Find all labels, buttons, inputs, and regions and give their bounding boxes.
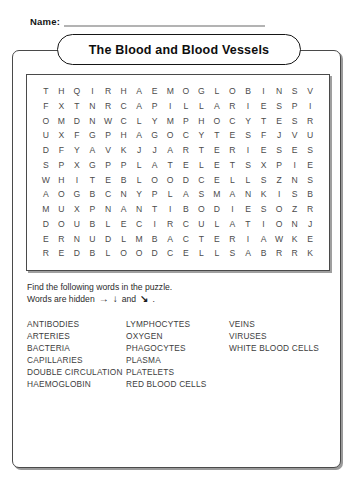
grid-cell-r2c14: I	[240, 99, 256, 114]
instructions: Find the following words in the puzzle. …	[27, 282, 172, 305]
grid-cell-r12c17: R	[287, 246, 303, 261]
grid-cell-r11c5: D	[100, 232, 116, 247]
grid-cell-r12c14: A	[240, 246, 256, 261]
word-list-column-1: ANTIBODIESARTERIESBACTERIACAPILLARIESDOU…	[27, 318, 126, 390]
word-search-grid: THQIRHAEMOGLOBINSVFXTNRCAPILLARIESPIOMDN…	[38, 84, 318, 261]
grid-cell-r10c7: C	[131, 217, 147, 232]
grid-cell-r8c10: A	[178, 187, 194, 202]
grid-cell-r12c11: L	[194, 246, 210, 261]
grid-cell-r6c7: L	[131, 158, 147, 173]
word-list: ANTIBODIESARTERIESBACTERIACAPILLARIESDOU…	[27, 318, 319, 390]
grid-cell-r2c1: F	[38, 99, 54, 114]
grid-cell-r1c7: A	[131, 84, 147, 99]
grid-cell-r1c14: B	[240, 84, 256, 99]
grid-cell-r12c3: D	[69, 246, 85, 261]
grid-cell-r2c5: R	[100, 99, 116, 114]
grid-cell-r4c14: S	[240, 128, 256, 143]
grid-cell-r11c17: K	[287, 232, 303, 247]
word-list-column-2: LYMPHOCYTESOXYGENPHAGOCYTESPLASMAPLATELE…	[126, 318, 229, 390]
grid-cell-r10c14: T	[240, 217, 256, 232]
grid-cell-r1c8: E	[147, 84, 163, 99]
grid-cell-r4c16: J	[271, 128, 287, 143]
grid-cell-r9c8: T	[147, 202, 163, 217]
grid-cell-r9c18: R	[302, 202, 318, 217]
grid-cell-r4c4: G	[85, 128, 101, 143]
grid-cell-r3c3: D	[69, 114, 85, 129]
grid-cell-r5c12: E	[209, 143, 225, 158]
grid-cell-r8c5: C	[100, 187, 116, 202]
grid-cell-r1c1: T	[38, 84, 54, 99]
grid-cell-r11c6: L	[116, 232, 132, 247]
word-list-item: WHITE BLOOD CELLS	[229, 342, 319, 354]
grid-cell-r11c18: E	[302, 232, 318, 247]
grid-cell-r2c2: X	[54, 99, 70, 114]
grid-cell-r12c2: E	[54, 246, 70, 261]
grid-cell-r4c12: T	[209, 128, 225, 143]
grid-cell-r5c14: I	[240, 143, 256, 158]
grid-cell-r8c4: B	[85, 187, 101, 202]
word-list-item: VIRUSES	[229, 330, 319, 342]
grid-cell-r12c12: L	[209, 246, 225, 261]
grid-cell-r11c4: U	[85, 232, 101, 247]
word-list-item: CAPILLARIES	[27, 354, 126, 366]
grid-cell-r2c13: R	[225, 99, 241, 114]
grid-cell-r1c10: O	[178, 84, 194, 99]
grid-cell-r7c6: B	[116, 173, 132, 188]
grid-cell-r4c1: U	[38, 128, 54, 143]
grid-cell-r5c8: J	[147, 143, 163, 158]
grid-cell-r9c16: O	[271, 202, 287, 217]
grid-cell-r9c15: S	[256, 202, 272, 217]
grid-cell-r6c17: I	[287, 158, 303, 173]
grid-cell-r6c18: E	[302, 158, 318, 173]
grid-cell-r10c15: I	[256, 217, 272, 232]
grid-cell-r4c5: P	[100, 128, 116, 143]
grid-cell-r1c6: H	[116, 84, 132, 99]
grid-cell-r3c6: C	[116, 114, 132, 129]
grid-cell-r12c9: C	[162, 246, 178, 261]
grid-cell-r10c1: D	[38, 217, 54, 232]
grid-cell-r11c3: N	[69, 232, 85, 247]
grid-cell-r11c9: A	[162, 232, 178, 247]
grid-cell-r5c9: A	[162, 143, 178, 158]
grid-cell-r1c11: G	[194, 84, 210, 99]
grid-cell-r7c17: N	[287, 173, 303, 188]
grid-cell-r5c13: R	[225, 143, 241, 158]
grid-cell-r1c2: H	[54, 84, 70, 99]
grid-cell-r9c6: A	[116, 202, 132, 217]
grid-cell-r10c5: L	[100, 217, 116, 232]
grid-cell-r1c15: I	[256, 84, 272, 99]
grid-cell-r3c11: H	[194, 114, 210, 129]
grid-cell-r3c10: P	[178, 114, 194, 129]
grid-cell-r3c15: T	[256, 114, 272, 129]
grid-cell-r2c7: A	[131, 99, 147, 114]
word-list-item: BACTERIA	[27, 342, 126, 354]
grid-cell-r1c5: R	[100, 84, 116, 99]
grid-cell-r4c3: F	[69, 128, 85, 143]
grid-cell-r7c3: I	[69, 173, 85, 188]
arrow-right-icon: →	[99, 294, 109, 304]
grid-cell-r6c9: T	[162, 158, 178, 173]
grid-cell-r1c9: M	[162, 84, 178, 99]
grid-cell-r7c10: D	[178, 173, 194, 188]
grid-cell-r3c13: C	[225, 114, 241, 129]
grid-cell-r8c8: P	[147, 187, 163, 202]
grid-cell-r12c13: S	[225, 246, 241, 261]
grid-cell-r6c13: T	[225, 158, 241, 173]
word-list-item: HAEMOGLOBIN	[27, 378, 126, 390]
word-list-item: LYMPHOCYTES	[126, 318, 229, 330]
grid-cell-r8c11: S	[194, 187, 210, 202]
grid-cell-r5c11: T	[194, 143, 210, 158]
grid-cell-r12c15: B	[256, 246, 272, 261]
grid-cell-r2c11: L	[194, 99, 210, 114]
grid-cell-r11c14: I	[240, 232, 256, 247]
grid-cell-r7c16: Z	[271, 173, 287, 188]
grid-cell-r11c11: T	[194, 232, 210, 247]
word-search-board: THQIRHAEMOGLOBINSVFXTNRCAPILLARIESPIOMDN…	[26, 74, 330, 271]
grid-cell-r9c9: I	[162, 202, 178, 217]
grid-cell-r6c2: P	[54, 158, 70, 173]
grid-cell-r5c2: F	[54, 143, 70, 158]
grid-cell-r2c17: P	[287, 99, 303, 114]
grid-cell-r1c4: I	[85, 84, 101, 99]
grid-cell-r3c1: O	[38, 114, 54, 129]
grid-cell-r4c9: O	[162, 128, 178, 143]
grid-cell-r8c7: Y	[131, 187, 147, 202]
grid-cell-r4c8: G	[147, 128, 163, 143]
grid-cell-r10c18: J	[302, 217, 318, 232]
grid-cell-r4c13: E	[225, 128, 241, 143]
grid-cell-r3c18: R	[302, 114, 318, 129]
grid-cell-r10c12: L	[209, 217, 225, 232]
grid-cell-r11c10: C	[178, 232, 194, 247]
grid-cell-r8c14: N	[240, 187, 256, 202]
grid-cell-r7c7: L	[131, 173, 147, 188]
grid-cell-r9c3: X	[69, 202, 85, 217]
word-list-item: PLASMA	[126, 354, 229, 366]
grid-cell-r7c13: L	[225, 173, 241, 188]
grid-cell-r10c4: B	[85, 217, 101, 232]
grid-cell-r10c9: R	[162, 217, 178, 232]
instructions-and: and	[122, 294, 136, 306]
grid-cell-r6c12: E	[209, 158, 225, 173]
grid-cell-r3c7: L	[131, 114, 147, 129]
grid-cell-r6c16: P	[271, 158, 287, 173]
grid-cell-r8c9: L	[162, 187, 178, 202]
word-list-item: ANTIBODIES	[27, 318, 126, 330]
grid-cell-r10c6: E	[116, 217, 132, 232]
grid-cell-r9c2: U	[54, 202, 70, 217]
grid-cell-r10c16: O	[271, 217, 287, 232]
grid-cell-r6c6: P	[116, 158, 132, 173]
grid-cell-r11c2: R	[54, 232, 70, 247]
grid-cell-r7c11: C	[194, 173, 210, 188]
grid-cell-r3c9: M	[162, 114, 178, 129]
grid-cell-r10c3: U	[69, 217, 85, 232]
grid-cell-r4c18: U	[302, 128, 318, 143]
grid-cell-r9c10: B	[178, 202, 194, 217]
grid-cell-r1c3: Q	[69, 84, 85, 99]
grid-cell-r9c4: P	[85, 202, 101, 217]
grid-cell-r10c2: O	[54, 217, 70, 232]
instructions-period: .	[152, 294, 154, 306]
grid-cell-r2c8: P	[147, 99, 163, 114]
word-list-item: ARTERIES	[27, 330, 126, 342]
instructions-line2-prefix: Words are hidden	[27, 294, 95, 306]
word-list-item: VEINS	[229, 318, 319, 330]
grid-cell-r8c17: S	[287, 187, 303, 202]
grid-cell-r3c5: W	[100, 114, 116, 129]
grid-cell-r6c14: S	[240, 158, 256, 173]
grid-cell-r10c17: N	[287, 217, 303, 232]
grid-cell-r6c5: P	[100, 158, 116, 173]
grid-cell-r9c5: N	[100, 202, 116, 217]
grid-cell-r2c18: I	[302, 99, 318, 114]
grid-cell-r9c7: N	[131, 202, 147, 217]
grid-cell-r5c4: A	[85, 143, 101, 158]
worksheet-page: Name: The Blood and Blood Vessels THQIRH…	[0, 0, 354, 500]
grid-cell-r6c11: L	[194, 158, 210, 173]
grid-cell-r1c17: S	[287, 84, 303, 99]
grid-cell-r5c3: Y	[69, 143, 85, 158]
word-list-item: RED BLOOD CELLS	[126, 378, 229, 390]
grid-cell-r5c5: V	[100, 143, 116, 158]
grid-cell-r10c10: C	[178, 217, 194, 232]
grid-cell-r4c15: F	[256, 128, 272, 143]
grid-cell-r12c1: R	[38, 246, 54, 261]
word-list-item: PLATELETS	[126, 366, 229, 378]
grid-cell-r2c15: E	[256, 99, 272, 114]
grid-cell-r2c9: I	[162, 99, 178, 114]
grid-cell-r7c9: O	[162, 173, 178, 188]
grid-cell-r11c15: A	[256, 232, 272, 247]
name-row: Name:	[30, 15, 265, 27]
instructions-line2: Words are hidden → ↓ and ↘ .	[27, 294, 172, 306]
grid-cell-r6c3: X	[69, 158, 85, 173]
grid-cell-r3c14: Y	[240, 114, 256, 129]
grid-cell-r3c17: S	[287, 114, 303, 129]
grid-cell-r2c10: L	[178, 99, 194, 114]
grid-cell-r8c12: M	[209, 187, 225, 202]
grid-cell-r7c8: O	[147, 173, 163, 188]
grid-cell-r2c6: C	[116, 99, 132, 114]
grid-cell-r7c2: H	[54, 173, 70, 188]
word-list-item: OXYGEN	[126, 330, 229, 342]
grid-cell-r4c10: C	[178, 128, 194, 143]
grid-cell-r12c6: O	[116, 246, 132, 261]
grid-cell-r5c16: S	[271, 143, 287, 158]
grid-cell-r5c7: J	[131, 143, 147, 158]
grid-cell-r7c18: S	[302, 173, 318, 188]
grid-cell-r12c7: O	[131, 246, 147, 261]
grid-cell-r11c13: R	[225, 232, 241, 247]
name-blank-line	[64, 15, 265, 27]
grid-cell-r5c1: D	[38, 143, 54, 158]
grid-cell-r12c5: L	[100, 246, 116, 261]
grid-cell-r5c6: K	[116, 143, 132, 158]
arrow-down-icon: ↓	[113, 294, 118, 304]
grid-cell-r12c8: D	[147, 246, 163, 261]
grid-cell-r11c8: B	[147, 232, 163, 247]
grid-cell-r9c12: D	[209, 202, 225, 217]
grid-cell-r6c4: G	[85, 158, 101, 173]
grid-cell-r1c18: V	[302, 84, 318, 99]
grid-cell-r4c17: V	[287, 128, 303, 143]
grid-cell-r11c16: W	[271, 232, 287, 247]
arrow-diagonal-icon: ↘	[140, 294, 148, 304]
grid-cell-r4c2: X	[54, 128, 70, 143]
grid-cell-r12c18: K	[302, 246, 318, 261]
grid-cell-r4c11: Y	[194, 128, 210, 143]
grid-cell-r2c4: N	[85, 99, 101, 114]
grid-cell-r12c16: R	[271, 246, 287, 261]
grid-cell-r1c13: O	[225, 84, 241, 99]
grid-cell-r12c10: E	[178, 246, 194, 261]
grid-cell-r5c18: S	[302, 143, 318, 158]
grid-cell-r8c13: A	[225, 187, 241, 202]
grid-cell-r5c15: E	[256, 143, 272, 158]
grid-cell-r10c13: A	[225, 217, 241, 232]
grid-cell-r8c18: B	[302, 187, 318, 202]
grid-cell-r6c10: E	[178, 158, 194, 173]
grid-cell-r1c12: L	[209, 84, 225, 99]
grid-cell-r2c12: A	[209, 99, 225, 114]
grid-cell-r3c4: N	[85, 114, 101, 129]
grid-cell-r7c4: T	[85, 173, 101, 188]
grid-cell-r9c11: O	[194, 202, 210, 217]
grid-cell-r7c5: E	[100, 173, 116, 188]
grid-cell-r8c2: O	[54, 187, 70, 202]
grid-cell-r8c6: N	[116, 187, 132, 202]
grid-cell-r9c13: I	[225, 202, 241, 217]
grid-cell-r3c16: E	[271, 114, 287, 129]
word-list-item: PHAGOCYTES	[126, 342, 229, 354]
grid-cell-r8c3: G	[69, 187, 85, 202]
grid-cell-r8c16: I	[271, 187, 287, 202]
grid-cell-r2c3: T	[69, 99, 85, 114]
grid-cell-r6c15: X	[256, 158, 272, 173]
grid-cell-r6c1: S	[38, 158, 54, 173]
grid-cell-r2c16: S	[271, 99, 287, 114]
grid-cell-r7c15: S	[256, 173, 272, 188]
instructions-line1: Find the following words in the puzzle.	[27, 282, 172, 294]
grid-cell-r10c11: U	[194, 217, 210, 232]
grid-cell-r9c17: Z	[287, 202, 303, 217]
grid-cell-r9c1: M	[38, 202, 54, 217]
page-title: The Blood and Blood Vessels	[89, 43, 269, 57]
grid-cell-r9c14: E	[240, 202, 256, 217]
grid-cell-r8c1: A	[38, 187, 54, 202]
grid-cell-r11c7: M	[131, 232, 147, 247]
grid-cell-r11c1: E	[38, 232, 54, 247]
grid-cell-r5c17: E	[287, 143, 303, 158]
grid-cell-r3c2: M	[54, 114, 70, 129]
word-list-item: DOUBLE CIRCULATION	[27, 366, 126, 378]
grid-cell-r4c6: H	[116, 128, 132, 143]
grid-cell-r10c8: I	[147, 217, 163, 232]
grid-cell-r12c4: B	[85, 246, 101, 261]
name-label: Name:	[30, 16, 60, 27]
grid-cell-r3c12: O	[209, 114, 225, 129]
grid-cell-r5c10: R	[178, 143, 194, 158]
grid-cell-r7c14: L	[240, 173, 256, 188]
grid-cell-r4c7: A	[131, 128, 147, 143]
grid-cell-r11c12: E	[209, 232, 225, 247]
grid-cell-r1c16: N	[271, 84, 287, 99]
grid-cell-r8c15: K	[256, 187, 272, 202]
grid-cell-r7c12: E	[209, 173, 225, 188]
title-pill: The Blood and Blood Vessels	[57, 34, 301, 65]
grid-cell-r6c8: A	[147, 158, 163, 173]
word-list-column-3: VEINSVIRUSESWHITE BLOOD CELLS	[229, 318, 319, 390]
grid-cell-r7c1: W	[38, 173, 54, 188]
grid-cell-r3c8: Y	[147, 114, 163, 129]
